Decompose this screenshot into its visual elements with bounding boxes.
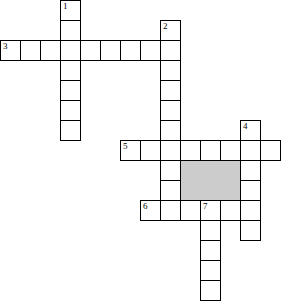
crossword-cell-c12-r8[interactable]	[240, 160, 261, 181]
crossword-cell-c12-r9[interactable]	[240, 180, 261, 201]
crossword-cell-c7-r7[interactable]	[140, 140, 161, 161]
crossword-cell-c5-r2[interactable]	[100, 40, 121, 61]
crossword-cell-c8-r5[interactable]	[160, 100, 181, 121]
crossword-cell-c12-r11[interactable]	[240, 220, 261, 241]
crossword-cell-c10-r12[interactable]	[200, 240, 221, 261]
crossword-cell-c10-r13[interactable]	[200, 260, 221, 281]
crossword-cell-c11-r7[interactable]	[220, 140, 241, 161]
shaded-block	[181, 161, 240, 200]
crossword-cell-c8-r3[interactable]	[160, 60, 181, 81]
crossword-cell-c2-r2[interactable]	[40, 40, 61, 61]
crossword-cell-c0-r2[interactable]	[0, 40, 21, 61]
crossword-cell-c8-r7[interactable]	[160, 140, 181, 161]
crossword-cell-c4-r2[interactable]	[80, 40, 101, 61]
crossword-cell-c10-r11[interactable]	[200, 220, 221, 241]
crossword-cell-c8-r6[interactable]	[160, 120, 181, 141]
crossword-cell-c12-r6[interactable]	[240, 120, 261, 141]
crossword-cell-c8-r10[interactable]	[160, 200, 181, 221]
crossword-cell-c9-r7[interactable]	[180, 140, 201, 161]
crossword-cell-c7-r2[interactable]	[140, 40, 161, 61]
crossword-cell-c8-r1[interactable]	[160, 20, 181, 41]
crossword-cell-c8-r8[interactable]	[160, 160, 181, 181]
crossword-cell-c8-r2[interactable]	[160, 40, 181, 61]
crossword-cell-c13-r7[interactable]	[260, 140, 281, 161]
crossword-cell-c6-r7[interactable]	[120, 140, 141, 161]
crossword-cell-c3-r3[interactable]	[60, 60, 81, 81]
crossword-board: 1234567	[0, 0, 281, 301]
crossword-cell-c7-r10[interactable]	[140, 200, 161, 221]
crossword-cell-c3-r0[interactable]	[60, 0, 81, 21]
crossword-cell-c9-r10[interactable]	[180, 200, 201, 221]
crossword-cell-c3-r4[interactable]	[60, 80, 81, 101]
crossword-cell-c12-r10[interactable]	[240, 200, 261, 221]
crossword-cell-c3-r5[interactable]	[60, 100, 81, 121]
crossword-cell-c8-r9[interactable]	[160, 180, 181, 201]
crossword-cell-c6-r2[interactable]	[120, 40, 141, 61]
crossword-cell-c12-r7[interactable]	[240, 140, 261, 161]
crossword-cell-c3-r2[interactable]	[60, 40, 81, 61]
crossword-cell-c10-r10[interactable]	[200, 200, 221, 221]
crossword-cell-c8-r4[interactable]	[160, 80, 181, 101]
crossword-cell-c3-r1[interactable]	[60, 20, 81, 41]
crossword-cell-c10-r7[interactable]	[200, 140, 221, 161]
crossword-cell-c1-r2[interactable]	[20, 40, 41, 61]
crossword-cell-c11-r10[interactable]	[220, 200, 241, 221]
crossword-cell-c10-r14[interactable]	[200, 280, 221, 301]
crossword-cell-c3-r6[interactable]	[60, 120, 81, 141]
